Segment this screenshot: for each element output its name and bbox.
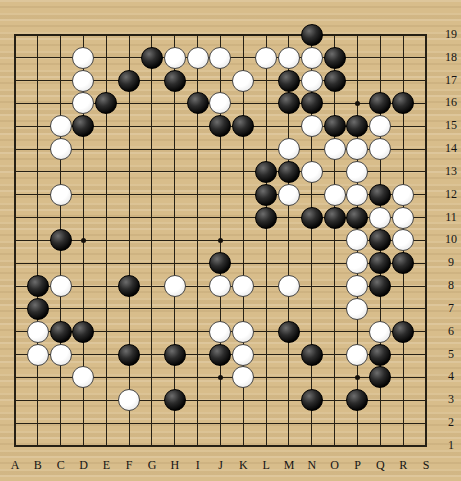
row-label-10: 10 [438, 232, 461, 247]
stone-white-C5[interactable] [50, 344, 72, 366]
column-label-B: B [27, 458, 49, 473]
stone-black-F5[interactable] [118, 344, 140, 366]
stone-white-P5[interactable] [346, 344, 368, 366]
column-label-A: A [4, 458, 26, 473]
stone-white-C8[interactable] [50, 275, 72, 297]
stone-black-L12[interactable] [255, 184, 277, 206]
row-label-4: 4 [438, 369, 461, 384]
column-label-C: C [50, 458, 72, 473]
column-label-K: K [232, 458, 254, 473]
stone-black-F17[interactable] [118, 70, 140, 92]
row-label-9: 9 [438, 255, 461, 270]
stone-white-K17[interactable] [232, 70, 254, 92]
stone-white-C15[interactable] [50, 115, 72, 137]
stone-black-C6[interactable] [50, 321, 72, 343]
row-label-3: 3 [438, 392, 461, 407]
column-label-H: H [164, 458, 186, 473]
stone-white-H8[interactable] [164, 275, 186, 297]
stone-black-N19[interactable] [301, 24, 323, 46]
column-label-Q: Q [369, 458, 391, 473]
row-label-18: 18 [438, 50, 461, 65]
stone-black-H5[interactable] [164, 344, 186, 366]
row-label-5: 5 [438, 347, 461, 362]
column-label-D: D [72, 458, 94, 473]
stone-white-O14[interactable] [324, 138, 346, 160]
column-label-E: E [95, 458, 117, 473]
star-point-J10 [218, 238, 223, 243]
row-label-11: 11 [438, 210, 461, 225]
stone-black-L11[interactable] [255, 207, 277, 229]
stone-black-I16[interactable] [187, 92, 209, 114]
column-label-M: M [278, 458, 300, 473]
row-label-17: 17 [438, 73, 461, 88]
stone-black-O15[interactable] [324, 115, 346, 137]
column-label-R: R [392, 458, 414, 473]
stone-black-Q12[interactable] [369, 184, 391, 206]
row-label-6: 6 [438, 324, 461, 339]
stone-white-C12[interactable] [50, 184, 72, 206]
row-label-13: 13 [438, 164, 461, 179]
stone-white-B5[interactable] [27, 344, 49, 366]
star-point-P16 [355, 101, 360, 106]
go-board[interactable]: ABCDEFGHIJKLMNOPQRS 19181716151413121110… [0, 0, 461, 481]
stone-white-R11[interactable] [392, 207, 414, 229]
column-label-J: J [209, 458, 231, 473]
stone-white-N18[interactable] [301, 47, 323, 69]
stone-black-G18[interactable] [141, 47, 163, 69]
row-label-7: 7 [438, 301, 461, 316]
stone-white-N17[interactable] [301, 70, 323, 92]
stone-white-C14[interactable] [50, 138, 72, 160]
row-label-19: 19 [438, 27, 461, 42]
stone-black-O11[interactable] [324, 207, 346, 229]
stone-white-M8[interactable] [278, 275, 300, 297]
column-label-S: S [415, 458, 437, 473]
row-label-14: 14 [438, 141, 461, 156]
row-label-16: 16 [438, 95, 461, 110]
stone-white-Q6[interactable] [369, 321, 391, 343]
stone-white-M18[interactable] [278, 47, 300, 69]
stone-black-C10[interactable] [50, 229, 72, 251]
stone-black-P11[interactable] [346, 207, 368, 229]
column-label-G: G [141, 458, 163, 473]
column-label-F: F [118, 458, 140, 473]
row-label-2: 2 [438, 415, 461, 430]
stone-black-H3[interactable] [164, 389, 186, 411]
stone-white-B6[interactable] [27, 321, 49, 343]
stone-white-I18[interactable] [187, 47, 209, 69]
stone-white-M14[interactable] [278, 138, 300, 160]
star-point-J4 [218, 375, 223, 380]
row-label-1: 1 [438, 438, 461, 453]
star-point-P4 [355, 375, 360, 380]
stone-white-K5[interactable] [232, 344, 254, 366]
column-label-N: N [301, 458, 323, 473]
stone-black-N11[interactable] [301, 207, 323, 229]
stone-black-B7[interactable] [27, 298, 49, 320]
stone-black-M6[interactable] [278, 321, 300, 343]
stone-white-N15[interactable] [301, 115, 323, 137]
column-label-L: L [255, 458, 277, 473]
stone-black-N3[interactable] [301, 389, 323, 411]
stone-black-Q5[interactable] [369, 344, 391, 366]
stone-white-O12[interactable] [324, 184, 346, 206]
row-label-12: 12 [438, 187, 461, 202]
stone-black-M17[interactable] [278, 70, 300, 92]
star-point-D10 [81, 238, 86, 243]
stone-white-K6[interactable] [232, 321, 254, 343]
stone-black-M13[interactable] [278, 161, 300, 183]
column-label-P: P [346, 458, 368, 473]
row-label-15: 15 [438, 118, 461, 133]
stone-black-R6[interactable] [392, 321, 414, 343]
stone-black-O18[interactable] [324, 47, 346, 69]
stone-black-J5[interactable] [209, 344, 231, 366]
column-label-O: O [324, 458, 346, 473]
stone-black-H17[interactable] [164, 70, 186, 92]
stone-white-R12[interactable] [392, 184, 414, 206]
stone-white-Q11[interactable] [369, 207, 391, 229]
stone-black-N5[interactable] [301, 344, 323, 366]
column-label-I: I [187, 458, 209, 473]
stone-black-B8[interactable] [27, 275, 49, 297]
stone-white-H18[interactable] [164, 47, 186, 69]
stone-white-N13[interactable] [301, 161, 323, 183]
stone-white-M12[interactable] [278, 184, 300, 206]
row-label-8: 8 [438, 278, 461, 293]
stone-white-L18[interactable] [255, 47, 277, 69]
stone-black-L13[interactable] [255, 161, 277, 183]
stone-black-O17[interactable] [324, 70, 346, 92]
stone-white-D17[interactable] [72, 70, 94, 92]
